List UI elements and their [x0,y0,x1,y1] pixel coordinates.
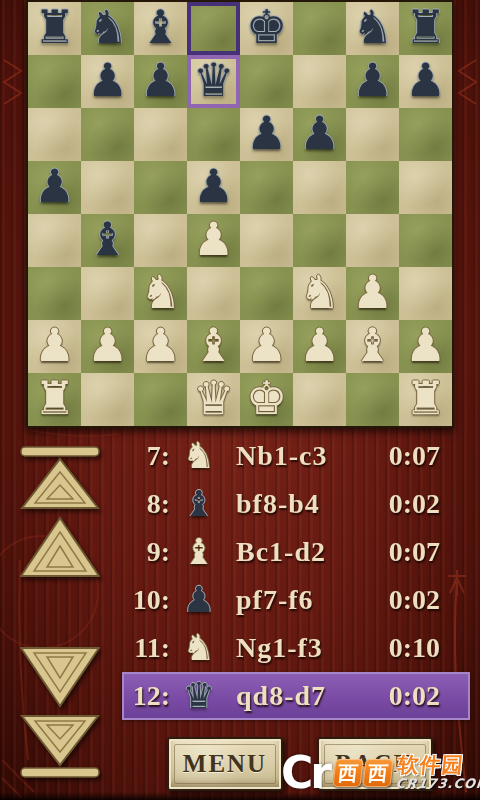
white-pawn[interactable]: ♟ [299,322,340,368]
black-bishop[interactable]: ♝ [140,4,181,50]
move-number: 9: [122,536,170,568]
move-list: 7:♞Nb1-c30:078:♝bf8-b40:029:♝Bc1-d20:071… [122,432,470,720]
skip-to-start-button[interactable] [20,446,100,510]
square-d1[interactable]: ♛ [187,373,240,426]
move-row[interactable]: 10:♟pf7-f60:02 [122,576,470,624]
black-queen-icon: ♛ [174,678,224,714]
white-pawn[interactable]: ♟ [246,322,287,368]
square-h8[interactable]: ♜ [399,2,452,55]
square-e7[interactable] [240,55,293,108]
square-h1[interactable]: ♜ [399,373,452,426]
step-forward-button[interactable] [20,646,100,708]
white-rook[interactable]: ♜ [405,375,446,421]
square-e4[interactable] [240,214,293,267]
move-text: bf8-b4 [224,488,366,520]
black-knight[interactable]: ♞ [87,4,128,50]
square-f3[interactable]: ♞ [293,267,346,320]
move-text: Nb1-c3 [224,440,366,472]
black-rook[interactable]: ♜ [405,4,446,50]
white-bishop-icon: ♝ [174,534,224,570]
move-time: 0:02 [366,488,470,520]
square-h4[interactable] [399,214,452,267]
black-pawn[interactable]: ♟ [299,110,340,156]
move-number: 11: [122,632,170,664]
move-number: 8: [122,488,170,520]
square-h5[interactable] [399,161,452,214]
black-bishop[interactable]: ♝ [87,216,128,262]
menu-button-label: MENU [183,750,267,778]
black-knight[interactable]: ♞ [352,4,393,50]
move-text: pf7-f6 [224,584,366,616]
square-d6[interactable] [187,108,240,161]
square-f2[interactable]: ♟ [293,320,346,373]
square-c1[interactable] [134,373,187,426]
move-row[interactable]: 9:♝Bc1-d20:07 [122,528,470,576]
square-d3[interactable] [187,267,240,320]
watermark-site: 软件园 CR173.COM [395,754,480,791]
square-f7[interactable] [293,55,346,108]
square-e3[interactable] [240,267,293,320]
white-pawn[interactable]: ♟ [352,269,393,315]
white-knight-icon: ♞ [174,630,224,666]
square-a4[interactable] [28,214,81,267]
move-number: 12: [122,680,170,712]
square-a5[interactable]: ♟ [28,161,81,214]
black-king[interactable]: ♚ [246,4,287,50]
watermark-site-name: 软件园 [397,754,480,776]
move-number: 7: [122,440,170,472]
white-pawn[interactable]: ♟ [405,322,446,368]
square-a3[interactable] [28,267,81,320]
square-b7[interactable]: ♟ [81,55,134,108]
move-row[interactable]: 8:♝bf8-b40:02 [122,480,470,528]
white-rook[interactable]: ♜ [34,375,75,421]
white-pawn[interactable]: ♟ [140,322,181,368]
square-b2[interactable]: ♟ [81,320,134,373]
white-bishop[interactable]: ♝ [193,322,234,368]
chess-board: ♜♞♝♚♞♜♟♟♛♟♟♟♟♟♟♝♟♞♞♟♟♟♟♝♟♟♝♟♜♛♚♜ [26,0,454,428]
square-g6[interactable] [346,108,399,161]
square-b6[interactable] [81,108,134,161]
square-a1[interactable]: ♜ [28,373,81,426]
watermark-box-icon: 西 [363,759,394,787]
square-d2[interactable]: ♝ [187,320,240,373]
black-bishop-icon: ♝ [174,486,224,522]
move-number: 10: [122,584,170,616]
square-b4[interactable]: ♝ [81,214,134,267]
white-queen[interactable]: ♛ [193,375,234,421]
white-knight[interactable]: ♞ [140,269,181,315]
black-pawn[interactable]: ♟ [193,163,234,209]
move-time: 0:07 [366,440,470,472]
square-e2[interactable]: ♟ [240,320,293,373]
move-row-selected[interactable]: 12:♛qd8-d70:02 [122,672,470,720]
move-time: 0:07 [366,536,470,568]
square-c3[interactable]: ♞ [134,267,187,320]
triangle-down-bar-icon [20,714,100,778]
watermark-boxes: 西 西 [332,759,395,787]
square-c5[interactable] [134,161,187,214]
move-text: Ng1-f3 [224,632,366,664]
move-time: 0:10 [366,632,470,664]
black-pawn[interactable]: ♟ [34,163,75,209]
square-f1[interactable] [293,373,346,426]
move-text: Bc1-d2 [224,536,366,568]
square-e6[interactable]: ♟ [240,108,293,161]
square-c7[interactable]: ♟ [134,55,187,108]
watermark-cr-logo: Cr [281,751,329,795]
square-a2[interactable]: ♟ [28,320,81,373]
watermark-logo: Cr 西 西 软件园 CR173.COM [281,748,480,798]
square-h6[interactable] [399,108,452,161]
black-pawn[interactable]: ♟ [87,57,128,103]
square-f4[interactable] [293,214,346,267]
white-pawn[interactable]: ♟ [34,322,75,368]
square-c6[interactable] [134,108,187,161]
bottom-shadow [0,792,480,800]
square-b5[interactable] [81,161,134,214]
move-time: 0:02 [366,680,470,712]
white-knight-icon: ♞ [174,438,224,474]
move-time: 0:02 [366,584,470,616]
black-rook[interactable]: ♜ [34,4,75,50]
move-text: qd8-d7 [224,680,366,712]
triangle-up-bar-icon [20,446,100,510]
square-d7[interactable]: ♛ [187,55,240,108]
square-g8[interactable]: ♞ [346,2,399,55]
watermark-box-icon: 西 [333,759,364,787]
black-pawn-icon: ♟ [174,582,224,618]
watermark-site-url: CR173.COM [395,777,480,792]
square-g3[interactable]: ♟ [346,267,399,320]
skip-to-end-button[interactable] [20,714,100,778]
square-e1[interactable]: ♚ [240,373,293,426]
square-h3[interactable] [399,267,452,320]
square-a8[interactable]: ♜ [28,2,81,55]
white-pawn[interactable]: ♟ [87,322,128,368]
square-f5[interactable] [293,161,346,214]
white-pawn[interactable]: ♟ [193,216,234,262]
square-g7[interactable]: ♟ [346,55,399,108]
square-a7[interactable] [28,55,81,108]
chess-app-screen: ♜♞♝♚♞♜♟♟♛♟♟♟♟♟♟♝♟♞♞♟♟♟♟♝♟♟♝♟♜♛♚♜ 7:♞Nb1-… [0,0,480,800]
menu-button[interactable]: MENU [167,737,283,791]
square-h7[interactable]: ♟ [399,55,452,108]
square-d4[interactable]: ♟ [187,214,240,267]
square-d8[interactable] [187,2,240,55]
black-pawn[interactable]: ♟ [246,110,287,156]
square-f8[interactable] [293,2,346,55]
white-king[interactable]: ♚ [246,375,287,421]
triangle-up-icon [20,516,100,578]
square-g2[interactable]: ♝ [346,320,399,373]
triangle-down-icon [20,646,100,708]
black-pawn[interactable]: ♟ [405,57,446,103]
square-e8[interactable]: ♚ [240,2,293,55]
square-e5[interactable] [240,161,293,214]
square-b3[interactable] [81,267,134,320]
square-d5[interactable]: ♟ [187,161,240,214]
black-pawn[interactable]: ♟ [352,57,393,103]
move-row[interactable]: 11:♞Ng1-f30:10 [122,624,470,672]
black-queen[interactable]: ♛ [193,57,234,103]
square-h2[interactable]: ♟ [399,320,452,373]
square-a6[interactable] [28,108,81,161]
step-back-button[interactable] [20,516,100,578]
square-c8[interactable]: ♝ [134,2,187,55]
square-c4[interactable] [134,214,187,267]
white-knight[interactable]: ♞ [299,269,340,315]
square-f6[interactable]: ♟ [293,108,346,161]
square-c2[interactable]: ♟ [134,320,187,373]
black-pawn[interactable]: ♟ [140,57,181,103]
square-g5[interactable] [346,161,399,214]
square-b1[interactable] [81,373,134,426]
square-g1[interactable] [346,373,399,426]
square-b8[interactable]: ♞ [81,2,134,55]
move-row[interactable]: 7:♞Nb1-c30:07 [122,432,470,480]
white-bishop[interactable]: ♝ [352,322,393,368]
square-g4[interactable] [346,214,399,267]
